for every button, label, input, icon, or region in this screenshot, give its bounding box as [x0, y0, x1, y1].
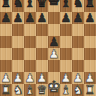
square-g1[interactable]: ♞	[72, 84, 84, 96]
square-h8[interactable]: ♜	[84, 0, 96, 12]
white-knight-b1: ♞	[13, 85, 24, 96]
square-d6[interactable]	[36, 24, 48, 36]
square-b2[interactable]: ♟	[12, 72, 24, 84]
black-pawn-d7: ♟	[37, 13, 48, 24]
square-h5[interactable]	[84, 36, 96, 48]
square-c7[interactable]: ♟	[24, 12, 36, 24]
square-b8[interactable]: ♞	[12, 0, 24, 12]
square-a5[interactable]	[0, 36, 12, 48]
white-pawn-g2: ♟	[73, 73, 84, 84]
square-b6[interactable]	[12, 24, 24, 36]
square-a6[interactable]	[0, 24, 12, 36]
square-d7[interactable]: ♟	[36, 12, 48, 24]
black-pawn-f7: ♟	[61, 13, 72, 24]
square-c3[interactable]	[24, 60, 36, 72]
black-knight-g8: ♞	[73, 0, 84, 9]
black-pawn-b7: ♟	[13, 13, 24, 24]
white-pawn-h2: ♟	[85, 73, 96, 84]
square-b4[interactable]	[12, 48, 24, 60]
square-f2[interactable]: ♟	[60, 72, 72, 84]
white-pawn-c2: ♟	[25, 73, 36, 84]
square-f6[interactable]	[60, 24, 72, 36]
square-g5[interactable]	[72, 36, 84, 48]
square-f8[interactable]: ♝	[60, 0, 72, 12]
square-d2[interactable]: ♟	[36, 72, 48, 84]
white-pawn-b2: ♟	[13, 73, 24, 84]
square-e7[interactable]	[48, 12, 60, 24]
white-pawn-e4: ♟	[49, 49, 60, 60]
white-pawn-d2: ♟	[37, 73, 48, 84]
square-e5[interactable]: ♟	[48, 36, 60, 48]
square-d5[interactable]	[36, 36, 48, 48]
square-h7[interactable]: ♟	[84, 12, 96, 24]
square-e8[interactable]: ♚	[48, 0, 60, 12]
square-e4[interactable]: ♟	[48, 48, 60, 60]
black-pawn-c7: ♟	[25, 13, 36, 24]
square-a8[interactable]: ♜	[0, 0, 12, 12]
black-queen-d8: ♛	[37, 0, 48, 9]
square-h4[interactable]	[84, 48, 96, 60]
square-c5[interactable]	[24, 36, 36, 48]
square-c2[interactable]: ♟	[24, 72, 36, 84]
square-f5[interactable]	[60, 36, 72, 48]
black-pawn-a7: ♟	[1, 13, 12, 24]
square-a1[interactable]: ♜	[0, 84, 12, 96]
black-pawn-e5: ♟	[49, 37, 60, 48]
white-knight-g1: ♞	[73, 85, 84, 96]
black-rook-h8: ♜	[85, 0, 96, 9]
square-e2[interactable]	[48, 72, 60, 84]
black-pawn-h7: ♟	[85, 13, 96, 24]
square-h1[interactable]: ♜	[84, 84, 96, 96]
white-queen-d1: ♛	[37, 85, 48, 96]
black-pawn-g7: ♟	[73, 13, 84, 24]
black-rook-a8: ♜	[1, 0, 12, 9]
square-c4[interactable]	[24, 48, 36, 60]
square-g7[interactable]: ♟	[72, 12, 84, 24]
square-a4[interactable]	[0, 48, 12, 60]
white-rook-h1: ♜	[85, 85, 96, 96]
white-pawn-a2: ♟	[1, 73, 12, 84]
square-g2[interactable]: ♟	[72, 72, 84, 84]
square-c1[interactable]: ♝	[24, 84, 36, 96]
square-h6[interactable]	[84, 24, 96, 36]
square-d4[interactable]	[36, 48, 48, 60]
square-f1[interactable]: ♝	[60, 84, 72, 96]
black-knight-b8: ♞	[13, 0, 24, 9]
square-e1[interactable]: ♚	[48, 84, 60, 96]
square-c8[interactable]: ♝	[24, 0, 36, 12]
square-e6[interactable]	[48, 24, 60, 36]
square-b1[interactable]: ♞	[12, 84, 24, 96]
white-pawn-f2: ♟	[61, 73, 72, 84]
square-f7[interactable]: ♟	[60, 12, 72, 24]
square-f3[interactable]	[60, 60, 72, 72]
square-c6[interactable]	[24, 24, 36, 36]
square-a3[interactable]	[0, 60, 12, 72]
square-f4[interactable]	[60, 48, 72, 60]
square-b5[interactable]	[12, 36, 24, 48]
square-a2[interactable]: ♟	[0, 72, 12, 84]
square-h3[interactable]	[84, 60, 96, 72]
white-bishop-c1: ♝	[25, 85, 36, 96]
white-rook-a1: ♜	[1, 85, 12, 96]
square-d8[interactable]: ♛	[36, 0, 48, 12]
white-bishop-f1: ♝	[61, 85, 72, 96]
square-d1[interactable]: ♛	[36, 84, 48, 96]
chess-board: ♜♞♝♛♚♝♞♜♟♟♟♟♟♟♟♟♟♟♟♟♟♟♟♟♜♞♝♛♚♝♞♜	[0, 0, 96, 96]
square-b3[interactable]	[12, 60, 24, 72]
square-g8[interactable]: ♞	[72, 0, 84, 12]
square-a7[interactable]: ♟	[0, 12, 12, 24]
square-b7[interactable]: ♟	[12, 12, 24, 24]
black-bishop-c8: ♝	[25, 0, 36, 9]
square-g3[interactable]	[72, 60, 84, 72]
square-h2[interactable]: ♟	[84, 72, 96, 84]
black-bishop-f8: ♝	[61, 0, 72, 9]
square-g4[interactable]	[72, 48, 84, 60]
square-g6[interactable]	[72, 24, 84, 36]
square-d3[interactable]	[36, 60, 48, 72]
square-e3[interactable]	[48, 60, 60, 72]
